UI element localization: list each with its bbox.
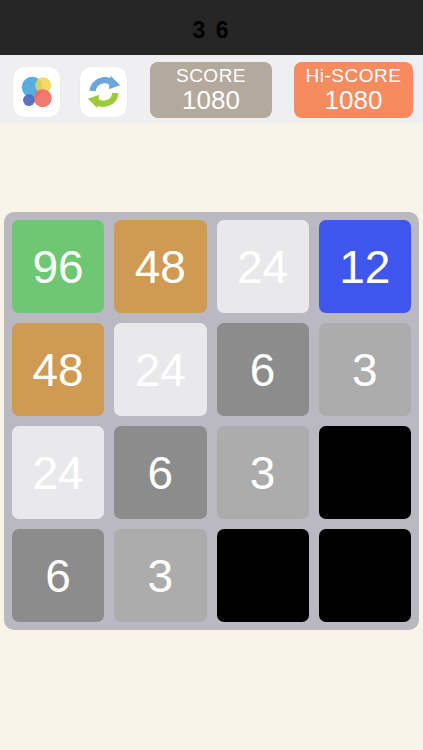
hiscore-value: 1080 (325, 86, 383, 115)
tile-6: 6 (114, 426, 206, 519)
game-center-button[interactable] (13, 67, 60, 117)
tile-48: 48 (114, 220, 206, 313)
empty-cell (319, 426, 411, 519)
app-title: 3 6 (193, 11, 231, 44)
hiscore-label: Hi-SCORE (306, 65, 402, 86)
empty-cell (217, 529, 309, 622)
tile-3: 3 (114, 529, 206, 622)
tile-6: 6 (12, 529, 104, 622)
refresh-sync-icon (85, 73, 123, 111)
tile-3: 3 (319, 323, 411, 416)
board[interactable]: 96482412482463246363 (4, 212, 419, 630)
tile-24: 24 (217, 220, 309, 313)
tile-24: 24 (114, 323, 206, 416)
tile-48: 48 (12, 323, 104, 416)
tile-96: 96 (12, 220, 104, 313)
hiscore-box: Hi-SCORE 1080 (294, 62, 413, 118)
title-bar: 3 6 (0, 0, 423, 55)
restart-button[interactable] (80, 67, 127, 117)
tile-24: 24 (12, 426, 104, 519)
tile-6: 6 (217, 323, 309, 416)
game-center-bubbles-icon (18, 73, 56, 111)
tile-12: 12 (319, 220, 411, 313)
tile-3: 3 (217, 426, 309, 519)
score-value: 1080 (182, 86, 240, 115)
app-screen: 3 6 SCO (0, 0, 423, 750)
score-box: SCORE 1080 (150, 62, 272, 118)
score-label: SCORE (176, 65, 246, 86)
toolbar: SCORE 1080 Hi-SCORE 1080 (0, 55, 423, 123)
empty-cell (319, 529, 411, 622)
